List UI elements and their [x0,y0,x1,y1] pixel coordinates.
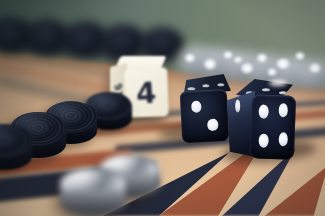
die-pip [259,134,269,148]
die-pip [279,91,287,94]
bokeh-highlight [277,59,290,69]
die-pip [278,104,288,118]
cube-front-value: 4 [135,75,158,110]
bokeh-highlight [310,64,321,73]
bokeh-highlight [185,54,195,62]
die-left-front-face [180,89,230,143]
die-right[interactable] [227,79,295,161]
bokeh-highlight [296,52,305,59]
bokeh-highlight [234,57,242,63]
silver-checker-foreground[interactable] [60,168,126,216]
coin-edge [60,190,126,216]
die-right-front-face [250,94,296,159]
die-pip [235,99,241,112]
die-pip [259,105,269,119]
die-pip [202,84,209,87]
bokeh-highlight [257,54,267,62]
die-pip [217,83,224,86]
bokeh-highlight [224,51,233,58]
die-pip [208,119,219,131]
die-pip [191,101,202,113]
black-checker[interactable] [0,124,32,170]
bokeh-highlight [241,63,253,73]
die-pip [262,88,270,91]
die-specular-highlight [269,80,287,86]
die-left[interactable] [179,74,231,144]
bokeh-highlight [268,68,277,75]
bokeh-highlight [204,59,216,69]
die-pip [278,132,288,146]
backgammon-photo: 16 4 [0,0,325,216]
